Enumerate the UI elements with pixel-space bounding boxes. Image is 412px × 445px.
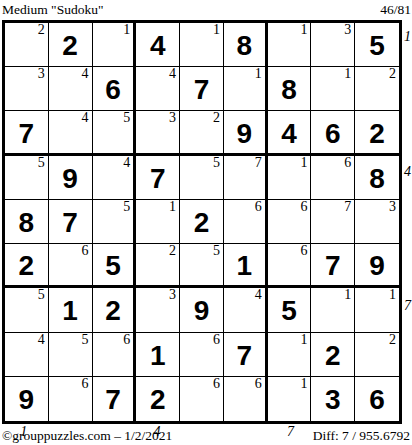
sudoku-cell-r3c5[interactable]: 2 [180,111,224,155]
cell-value: 2 [369,120,385,148]
sudoku-cell-r9c2[interactable]: 6 [49,377,93,421]
pencil-mark: 2 [213,111,220,126]
pencil-mark: 1 [123,23,130,38]
sudoku-cell-r4c5[interactable]: 5 [180,156,224,200]
pencil-mark: 3 [344,23,351,38]
pencil-mark: 1 [300,156,307,171]
cell-value: 7 [150,165,166,193]
sudoku-cell-r8c2[interactable]: 5 [49,333,93,377]
col-label-4: 4 [154,425,161,439]
cell-value: 8 [19,209,35,237]
sudoku-cell-r4c3[interactable]: 4 [93,156,137,200]
sudoku-cell-r8c1[interactable]: 4 [5,333,49,377]
cell-value: 5 [105,252,121,280]
difficulty-text: Diff: 7 / 955.6792 [313,428,410,444]
cell-value: 2 [105,297,121,325]
sudoku-cell-r9c7[interactable]: 1 [268,377,312,421]
pencil-mark: 3 [389,200,396,215]
sudoku-cell-r5c2[interactable]: 7 [49,200,93,244]
cell-value: 1 [236,252,252,280]
cell-value: 7 [19,120,35,148]
sudoku-cell-r3c4[interactable]: 3 [136,111,180,155]
cell-value: 2 [62,32,78,60]
cell-value: 7 [105,386,121,414]
sudoku-cell-r8c8[interactable]: 2 [311,333,355,377]
cell-value: 9 [236,120,252,148]
cell-value: 5 [369,32,385,60]
sudoku-cell-r8c6[interactable]: 7 [224,333,268,377]
cell-value: 1 [150,342,166,370]
sudoku-cell-r5c1[interactable]: 8 [5,200,49,244]
pencil-mark: 1 [344,288,351,303]
pencil-mark: 6 [300,200,307,215]
cell-value: 2 [325,342,341,370]
pencil-mark: 3 [169,111,176,126]
puzzle-title: Medium "Sudoku" [2,1,103,18]
sudoku-cell-r6c4[interactable]: 2 [136,244,180,288]
pencil-mark: 5 [38,288,45,303]
pencil-mark: 4 [169,67,176,82]
sudoku-cell-r2c9[interactable]: 2 [355,67,399,111]
sudoku-cell-r9c9[interactable]: 6 [355,377,399,421]
sudoku-cell-r1c2[interactable]: 2 [49,23,93,67]
sudoku-cell-r3c9[interactable]: 2 [355,111,399,155]
cell-value: 9 [369,252,385,280]
pencil-mark: 3 [169,288,176,303]
pencil-mark: 2 [389,333,396,348]
cell-value: 8 [369,165,385,193]
pencil-mark: 6 [82,377,89,392]
sudoku-cell-r2c8[interactable]: 1 [311,67,355,111]
cell-value: 6 [325,120,341,148]
cell-value: 1 [62,297,78,325]
sudoku-cell-r2c1[interactable]: 3 [5,67,49,111]
cell-value: 2 [150,386,166,414]
sudoku-cell-r9c5[interactable]: 6 [180,377,224,421]
sudoku-cell-r1c7[interactable]: 1 [268,23,312,67]
sudoku-cell-r7c1[interactable]: 5 [5,288,49,332]
sudoku-cell-r6c7[interactable]: 6 [268,244,312,288]
pencil-mark: 6 [213,377,220,392]
pencil-mark: 6 [123,333,130,348]
pencil-mark: 1 [300,377,307,392]
pencil-mark: 1 [344,67,351,82]
sudoku-cell-r7c5[interactable]: 9 [180,288,224,332]
sudoku-cell-r2c5[interactable]: 7 [180,67,224,111]
cell-value: 7 [62,209,78,237]
footer: ©grouppuzzles.com – 1/2/2021 Diff: 7 / 9… [2,428,410,444]
col-label-7: 7 [287,425,294,439]
sudoku-cell-r1c3[interactable]: 1 [93,23,137,67]
col-label-1: 1 [20,425,27,439]
pencil-mark: 4 [123,156,130,171]
sudoku-cell-r3c2[interactable]: 4 [49,111,93,155]
sudoku-cell-r5c5[interactable]: 2 [180,200,224,244]
sudoku-cell-r4c9[interactable]: 8 [355,156,399,200]
pencil-mark: 3 [38,67,45,82]
sudoku-cell-r6c9[interactable]: 9 [355,244,399,288]
sudoku-cell-r8c9[interactable]: 2 [355,333,399,377]
pencil-mark: 5 [82,333,89,348]
sudoku-cell-r1c6[interactable]: 8 [224,23,268,67]
cell-value: 7 [325,252,341,280]
sudoku-cell-r2c6[interactable]: 1 [224,67,268,111]
sudoku-cell-r6c3[interactable]: 5 [93,244,137,288]
pencil-mark: 5 [213,244,220,259]
sudoku-cell-r5c6[interactable]: 6 [224,200,268,244]
sudoku-cell-r2c7[interactable]: 8 [268,67,312,111]
pencil-mark: 4 [255,288,262,303]
header: Medium "Sudoku" 46/81 [2,1,411,18]
pencil-mark: 7 [344,200,351,215]
cell-value: 8 [281,76,297,104]
sudoku-cell-r9c4[interactable]: 2 [136,377,180,421]
sudoku-cell-r4c8[interactable]: 6 [311,156,355,200]
pencil-mark: 6 [300,244,307,259]
cell-value: 7 [194,76,210,104]
pencil-mark: 6 [344,156,351,171]
sudoku-board: 2214181353464718127453294625947571688751… [2,20,402,424]
pencil-mark: 2 [389,67,396,82]
cell-value: 9 [62,165,78,193]
row-label-1: 1 [404,30,411,44]
pencil-mark: 4 [82,111,89,126]
pencil-mark: 7 [255,156,262,171]
sudoku-cell-r6c5[interactable]: 5 [180,244,224,288]
sudoku-cell-r1c9[interactable]: 5 [355,23,399,67]
pencil-mark: 5 [123,200,130,215]
pencil-mark: 1 [255,67,262,82]
cell-value: 9 [19,386,35,414]
copyright-text: ©grouppuzzles.com – 1/2/2021 [2,428,172,444]
row-label-7: 7 [404,299,411,313]
pencil-mark: 1 [300,23,307,38]
sudoku-cell-r1c4[interactable]: 4 [136,23,180,67]
sudoku-cell-r1c1[interactable]: 2 [5,23,49,67]
cell-value: 4 [281,120,297,148]
sudoku-cell-r3c1[interactable]: 7 [5,111,49,155]
sudoku-cell-r9c8[interactable]: 3 [311,377,355,421]
cell-value: 5 [281,297,297,325]
sudoku-cell-r4c7[interactable]: 1 [268,156,312,200]
sudoku-cell-r3c8[interactable]: 6 [311,111,355,155]
sudoku-cell-r1c8[interactable]: 3 [311,23,355,67]
sudoku-cell-r9c6[interactable]: 6 [224,377,268,421]
sudoku-cell-r4c6[interactable]: 7 [224,156,268,200]
sudoku-cell-r9c1[interactable]: 9 [5,377,49,421]
sudoku-cell-r9c3[interactable]: 7 [93,377,137,421]
sudoku-cell-r6c2[interactable]: 6 [49,244,93,288]
sudoku-cell-r6c6[interactable]: 1 [224,244,268,288]
sudoku-cell-r4c1[interactable]: 5 [5,156,49,200]
pencil-mark: 2 [169,244,176,259]
pencil-mark: 6 [82,244,89,259]
pencil-mark: 1 [300,333,307,348]
cell-value: 9 [194,297,210,325]
sudoku-cell-r5c9[interactable]: 3 [355,200,399,244]
sudoku-cell-r8c3[interactable]: 6 [93,333,137,377]
sudoku-cell-r4c4[interactable]: 7 [136,156,180,200]
pencil-mark: 4 [82,67,89,82]
sudoku-cell-r3c3[interactable]: 5 [93,111,137,155]
sudoku-cell-r7c7[interactable]: 5 [268,288,312,332]
sudoku-cell-r3c6[interactable]: 9 [224,111,268,155]
cell-value: 8 [236,32,252,60]
cell-value: 6 [105,76,121,104]
pencil-mark: 6 [255,377,262,392]
cell-value: 6 [369,386,385,414]
sudoku-cell-r2c4[interactable]: 4 [136,67,180,111]
sudoku-cell-r3c7[interactable]: 4 [268,111,312,155]
pencil-mark: 1 [213,23,220,38]
sudoku-cell-r8c5[interactable]: 6 [180,333,224,377]
sudoku-cell-r8c4[interactable]: 1 [136,333,180,377]
sudoku-cell-r7c4[interactable]: 3 [136,288,180,332]
sudoku-cell-r7c8[interactable]: 1 [311,288,355,332]
cell-value: 4 [150,32,166,60]
sudoku-cell-r7c3[interactable]: 2 [93,288,137,332]
pencil-mark: 4 [38,333,45,348]
sudoku-cell-r2c2[interactable]: 4 [49,67,93,111]
sudoku-page: Medium "Sudoku" 46/81 221418135346471812… [0,0,412,445]
sudoku-cell-r7c6[interactable]: 4 [224,288,268,332]
pencil-mark: 6 [213,333,220,348]
pencil-mark: 5 [123,111,130,126]
pencil-mark: 6 [255,200,262,215]
sudoku-cell-r5c8[interactable]: 7 [311,200,355,244]
pencil-mark: 2 [38,23,45,38]
sudoku-cell-r5c3[interactable]: 5 [93,200,137,244]
sudoku-cell-r6c8[interactable]: 7 [311,244,355,288]
sudoku-cell-r5c4[interactable]: 1 [136,200,180,244]
sudoku-cell-r1c5[interactable]: 1 [180,23,224,67]
row-label-4: 4 [404,165,411,179]
sudoku-cell-r2c3[interactable]: 6 [93,67,137,111]
cell-value: 2 [194,209,210,237]
sudoku-cell-r5c7[interactable]: 6 [268,200,312,244]
cell-value: 7 [236,342,252,370]
empty-cell-counter: 46/81 [380,1,411,18]
pencil-mark: 1 [389,288,396,303]
pencil-mark: 1 [169,200,176,215]
cell-value: 2 [19,252,35,280]
pencil-mark: 5 [213,156,220,171]
sudoku-cell-r7c9[interactable]: 1 [355,288,399,332]
sudoku-cell-r7c2[interactable]: 1 [49,288,93,332]
pencil-mark: 5 [38,156,45,171]
sudoku-cell-r4c2[interactable]: 9 [49,156,93,200]
sudoku-cell-r8c7[interactable]: 1 [268,333,312,377]
cell-value: 3 [325,386,341,414]
sudoku-cell-r6c1[interactable]: 2 [5,244,49,288]
